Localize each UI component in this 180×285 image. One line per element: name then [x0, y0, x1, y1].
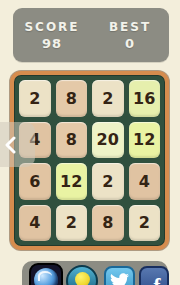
tile-8: 8 — [92, 205, 124, 242]
tile-4: 4 — [19, 205, 51, 242]
tile-2: 2 — [56, 205, 88, 242]
tile-2: 2 — [92, 80, 124, 117]
tile-12: 12 — [56, 163, 88, 200]
spiral-app-icon[interactable] — [29, 263, 63, 285]
score-label: SCORE — [24, 20, 79, 34]
board-grid[interactable]: 28216482012612244282 — [19, 80, 160, 241]
tile-4: 4 — [129, 163, 161, 200]
score-panel: SCORE 98 BEST 0 — [13, 8, 169, 62]
best-value: 0 — [125, 36, 135, 51]
back-button[interactable] — [0, 122, 35, 167]
tile-12: 12 — [129, 122, 161, 159]
tile-20: 20 — [92, 122, 124, 159]
tile-6: 6 — [19, 163, 51, 200]
facebook-letter: f — [154, 274, 161, 285]
tile-2: 2 — [129, 205, 161, 242]
tile-8: 8 — [56, 80, 88, 117]
best-label: BEST — [109, 20, 151, 34]
score-value: 98 — [42, 36, 62, 51]
yellow-ball-icon — [75, 272, 90, 285]
tile-2: 2 — [92, 163, 124, 200]
chevron-left-icon — [4, 136, 16, 154]
twitter-bird-icon — [110, 273, 129, 285]
score-block: SCORE 98 — [13, 8, 91, 62]
tile-8: 8 — [56, 122, 88, 159]
best-block: BEST 0 — [91, 8, 169, 62]
facebook-icon[interactable]: f — [139, 266, 169, 285]
tile-16: 16 — [129, 80, 161, 117]
tile-2: 2 — [19, 80, 51, 117]
twitter-icon[interactable] — [104, 266, 135, 285]
spiral-orb-icon — [34, 268, 58, 285]
